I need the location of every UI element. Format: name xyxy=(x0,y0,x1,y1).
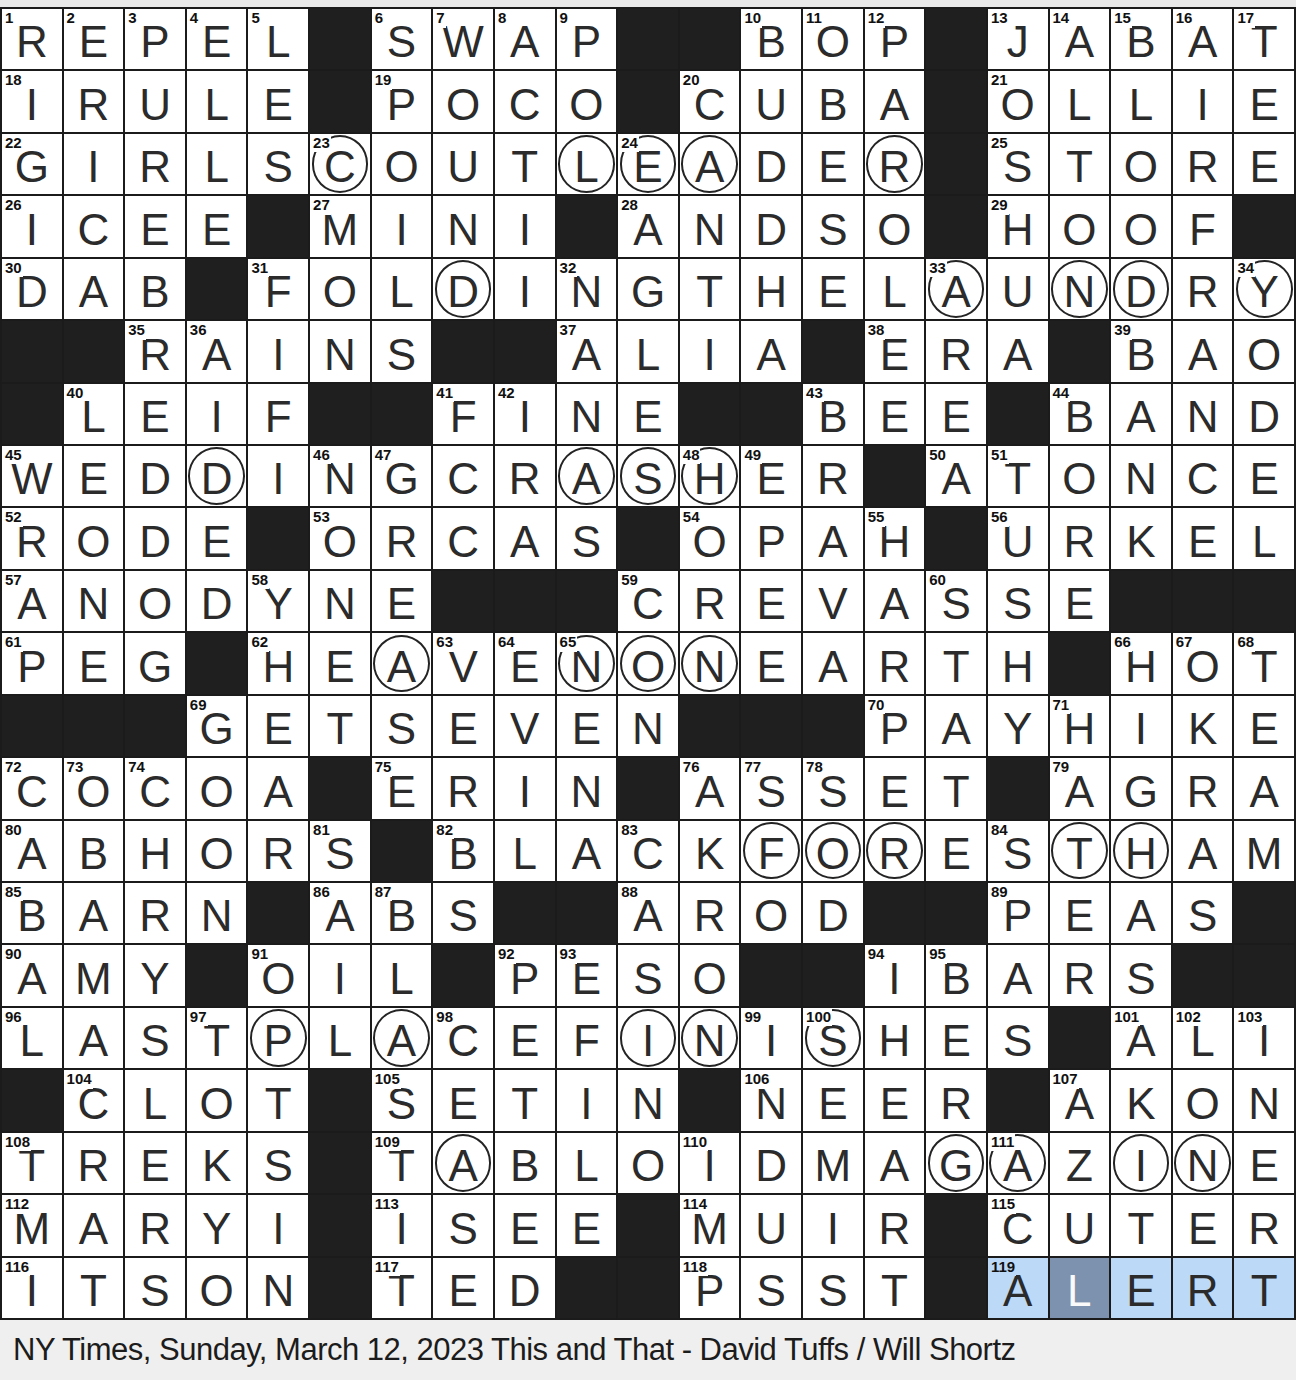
cell-r13c7[interactable]: 75E xyxy=(372,758,432,818)
cell-r8c5[interactable]: I xyxy=(248,446,308,506)
cell-r18c21[interactable]: N xyxy=(1234,1070,1294,1130)
cell-r16c3[interactable]: Y xyxy=(125,945,185,1005)
cell-r17c6[interactable]: L xyxy=(310,1008,370,1068)
cell-r1c21[interactable]: 17T xyxy=(1234,9,1294,69)
cell-r13c1[interactable]: 72C xyxy=(2,758,62,818)
cell-r2c19[interactable]: L xyxy=(1111,71,1171,131)
cell-r17c3[interactable]: S xyxy=(125,1008,185,1068)
cell-r13c9[interactable]: I xyxy=(495,758,555,818)
cell-r8c9[interactable]: R xyxy=(495,446,555,506)
cell-r8c1[interactable]: 45W xyxy=(2,446,62,506)
cell-r20c14[interactable]: I xyxy=(803,1195,863,1255)
cell-r9c9[interactable]: A xyxy=(495,508,555,568)
cell-r3c4[interactable]: L xyxy=(187,134,247,194)
cell-r13c14[interactable]: 78S xyxy=(803,758,863,818)
cell-r7c11[interactable]: E xyxy=(618,384,678,444)
cell-r8c10[interactable]: A xyxy=(557,446,617,506)
cell-r2c17[interactable]: 21O xyxy=(988,71,1048,131)
cell-r12c4[interactable]: 69G xyxy=(187,696,247,756)
cell-r21c8[interactable]: E xyxy=(433,1258,493,1318)
cell-r1c15[interactable]: 12P xyxy=(865,9,925,69)
cell-r14c21[interactable]: M xyxy=(1234,821,1294,881)
cell-r3c1[interactable]: 22G xyxy=(2,134,62,194)
cell-r12c10[interactable]: E xyxy=(557,696,617,756)
cell-r3c17[interactable]: 25S xyxy=(988,134,1048,194)
cell-r10c16[interactable]: 60S xyxy=(926,571,986,631)
cell-r1c13[interactable]: 10B xyxy=(741,9,801,69)
cell-r14c1[interactable]: 80A xyxy=(2,821,62,881)
cell-r6c21[interactable]: O xyxy=(1234,321,1294,381)
cell-r6c3[interactable]: 35R xyxy=(125,321,185,381)
cell-r6c12[interactable]: I xyxy=(680,321,740,381)
cell-r3c12[interactable]: A xyxy=(680,134,740,194)
cell-r10c13[interactable]: E xyxy=(741,571,801,631)
cell-r16c5[interactable]: 91O xyxy=(248,945,308,1005)
cell-r14c15[interactable]: R xyxy=(865,821,925,881)
cell-r17c19[interactable]: 101A xyxy=(1111,1008,1171,1068)
cell-r10c14[interactable]: V xyxy=(803,571,863,631)
cell-r5c9[interactable]: I xyxy=(495,259,555,319)
cell-r14c16[interactable]: E xyxy=(926,821,986,881)
cell-r10c17[interactable]: S xyxy=(988,571,1048,631)
cell-r19c10[interactable]: L xyxy=(557,1133,617,1193)
cell-r14c5[interactable]: R xyxy=(248,821,308,881)
cell-r15c17[interactable]: 89P xyxy=(988,883,1048,943)
cell-r9c21[interactable]: L xyxy=(1234,508,1294,568)
cell-r4c8[interactable]: N xyxy=(433,196,493,256)
cell-r21c12[interactable]: 118P xyxy=(680,1258,740,1318)
cell-r9c2[interactable]: O xyxy=(64,508,124,568)
cell-r19c21[interactable]: E xyxy=(1234,1133,1294,1193)
cell-r17c8[interactable]: 98C xyxy=(433,1008,493,1068)
cell-r9c12[interactable]: 54O xyxy=(680,508,740,568)
cell-r10c12[interactable]: R xyxy=(680,571,740,631)
cell-r20c13[interactable]: U xyxy=(741,1195,801,1255)
cell-r8c14[interactable]: R xyxy=(803,446,863,506)
cell-r5c13[interactable]: H xyxy=(741,259,801,319)
cell-r4c13[interactable]: D xyxy=(741,196,801,256)
cell-r21c1[interactable]: 116I xyxy=(2,1258,62,1318)
cell-r5c7[interactable]: L xyxy=(372,259,432,319)
cell-r20c2[interactable]: A xyxy=(64,1195,124,1255)
cell-r6c16[interactable]: R xyxy=(926,321,986,381)
cell-r2c8[interactable]: O xyxy=(433,71,493,131)
cell-r15c11[interactable]: 88A xyxy=(618,883,678,943)
cell-r13c3[interactable]: 74C xyxy=(125,758,185,818)
cell-r20c12[interactable]: 114M xyxy=(680,1195,740,1255)
cell-r11c2[interactable]: E xyxy=(64,633,124,693)
cell-r8c13[interactable]: 49E xyxy=(741,446,801,506)
cell-r6c10[interactable]: 37A xyxy=(557,321,617,381)
cell-r6c13[interactable]: A xyxy=(741,321,801,381)
cell-r6c15[interactable]: 38E xyxy=(865,321,925,381)
cell-r1c14[interactable]: 11O xyxy=(803,9,863,69)
cell-r3c6[interactable]: 23C xyxy=(310,134,370,194)
cell-r15c3[interactable]: R xyxy=(125,883,185,943)
cell-r2c21[interactable]: E xyxy=(1234,71,1294,131)
cell-r13c19[interactable]: G xyxy=(1111,758,1171,818)
cell-r17c15[interactable]: H xyxy=(865,1008,925,1068)
cell-r11c5[interactable]: 62H xyxy=(248,633,308,693)
cell-r2c1[interactable]: 18I xyxy=(2,71,62,131)
cell-r3c19[interactable]: O xyxy=(1111,134,1171,194)
cell-r4c6[interactable]: 27M xyxy=(310,196,370,256)
cell-r5c14[interactable]: E xyxy=(803,259,863,319)
cell-r13c2[interactable]: 73O xyxy=(64,758,124,818)
cell-r14c6[interactable]: 81S xyxy=(310,821,370,881)
cell-r13c10[interactable]: N xyxy=(557,758,617,818)
cell-r7c14[interactable]: 43B xyxy=(803,384,863,444)
cell-r1c5[interactable]: 5L xyxy=(248,9,308,69)
cell-r9c18[interactable]: R xyxy=(1050,508,1110,568)
cell-r9c14[interactable]: A xyxy=(803,508,863,568)
cell-r12c11[interactable]: N xyxy=(618,696,678,756)
cell-r5c16[interactable]: 33A xyxy=(926,259,986,319)
cell-r11c8[interactable]: 63V xyxy=(433,633,493,693)
cell-r16c10[interactable]: 93E xyxy=(557,945,617,1005)
cell-r18c16[interactable]: R xyxy=(926,1070,986,1130)
cell-r3c20[interactable]: R xyxy=(1173,134,1233,194)
cell-r18c5[interactable]: T xyxy=(248,1070,308,1130)
cell-r15c1[interactable]: 85B xyxy=(2,883,62,943)
cell-r14c20[interactable]: A xyxy=(1173,821,1233,881)
cell-r21c19[interactable]: E xyxy=(1111,1258,1171,1318)
cell-r14c4[interactable]: O xyxy=(187,821,247,881)
cell-r1c17[interactable]: 13J xyxy=(988,9,1048,69)
cell-r3c3[interactable]: R xyxy=(125,134,185,194)
cell-r19c13[interactable]: D xyxy=(741,1133,801,1193)
cell-r5c17[interactable]: U xyxy=(988,259,1048,319)
cell-r8c20[interactable]: C xyxy=(1173,446,1233,506)
cell-r12c16[interactable]: A xyxy=(926,696,986,756)
cell-r14c2[interactable]: B xyxy=(64,821,124,881)
cell-r20c20[interactable]: E xyxy=(1173,1195,1233,1255)
cell-r11c13[interactable]: E xyxy=(741,633,801,693)
cell-r4c4[interactable]: E xyxy=(187,196,247,256)
cell-r18c9[interactable]: T xyxy=(495,1070,555,1130)
cell-r18c4[interactable]: O xyxy=(187,1070,247,1130)
cell-r18c11[interactable]: N xyxy=(618,1070,678,1130)
cell-r3c15[interactable]: R xyxy=(865,134,925,194)
cell-r17c2[interactable]: A xyxy=(64,1008,124,1068)
cell-r17c13[interactable]: 99I xyxy=(741,1008,801,1068)
cell-r15c20[interactable]: S xyxy=(1173,883,1233,943)
cell-r6c7[interactable]: S xyxy=(372,321,432,381)
cell-r20c9[interactable]: E xyxy=(495,1195,555,1255)
cell-r21c21[interactable]: T xyxy=(1234,1258,1294,1318)
cell-r19c15[interactable]: A xyxy=(865,1133,925,1193)
cell-r7c5[interactable]: F xyxy=(248,384,308,444)
cell-r19c2[interactable]: R xyxy=(64,1133,124,1193)
cell-r20c17[interactable]: 115C xyxy=(988,1195,1048,1255)
cell-r9c20[interactable]: E xyxy=(1173,508,1233,568)
cell-r20c15[interactable]: R xyxy=(865,1195,925,1255)
cell-r7c15[interactable]: E xyxy=(865,384,925,444)
cell-r8c19[interactable]: N xyxy=(1111,446,1171,506)
cell-r19c11[interactable]: O xyxy=(618,1133,678,1193)
cell-r21c15[interactable]: T xyxy=(865,1258,925,1318)
cell-r20c21[interactable]: R xyxy=(1234,1195,1294,1255)
cell-r13c15[interactable]: E xyxy=(865,758,925,818)
cell-r7c19[interactable]: A xyxy=(1111,384,1171,444)
cell-r9c13[interactable]: P xyxy=(741,508,801,568)
cell-r19c20[interactable]: N xyxy=(1173,1133,1233,1193)
cell-r11c21[interactable]: 68T xyxy=(1234,633,1294,693)
cell-r13c21[interactable]: A xyxy=(1234,758,1294,818)
cell-r2c12[interactable]: 20C xyxy=(680,71,740,131)
cell-r12c20[interactable]: K xyxy=(1173,696,1233,756)
cell-r19c9[interactable]: B xyxy=(495,1133,555,1193)
cell-r11c9[interactable]: 64E xyxy=(495,633,555,693)
cell-r9c15[interactable]: 55H xyxy=(865,508,925,568)
cell-r15c19[interactable]: A xyxy=(1111,883,1171,943)
cell-r10c4[interactable]: D xyxy=(187,571,247,631)
cell-r14c14[interactable]: O xyxy=(803,821,863,881)
cell-r21c18[interactable]: L xyxy=(1050,1258,1110,1318)
cell-r18c18[interactable]: 107A xyxy=(1050,1070,1110,1130)
cell-r7c18[interactable]: 44B xyxy=(1050,384,1110,444)
cell-r4c11[interactable]: 28A xyxy=(618,196,678,256)
cell-r19c7[interactable]: 109T xyxy=(372,1133,432,1193)
cell-r8c16[interactable]: 50A xyxy=(926,446,986,506)
cell-r2c14[interactable]: B xyxy=(803,71,863,131)
cell-r9c7[interactable]: R xyxy=(372,508,432,568)
cell-r2c3[interactable]: U xyxy=(125,71,185,131)
cell-r2c10[interactable]: O xyxy=(557,71,617,131)
cell-r18c19[interactable]: K xyxy=(1111,1070,1171,1130)
cell-r10c7[interactable]: E xyxy=(372,571,432,631)
cell-r17c4[interactable]: 97T xyxy=(187,1008,247,1068)
cell-r10c1[interactable]: 57A xyxy=(2,571,62,631)
cell-r8c8[interactable]: C xyxy=(433,446,493,506)
cell-r21c5[interactable]: N xyxy=(248,1258,308,1318)
cell-r14c10[interactable]: A xyxy=(557,821,617,881)
cell-r15c12[interactable]: R xyxy=(680,883,740,943)
cell-r21c20[interactable]: R xyxy=(1173,1258,1233,1318)
cell-r3c2[interactable]: I xyxy=(64,134,124,194)
cell-r16c16[interactable]: 95B xyxy=(926,945,986,1005)
cell-r21c14[interactable]: S xyxy=(803,1258,863,1318)
cell-r12c7[interactable]: S xyxy=(372,696,432,756)
cell-r21c7[interactable]: 117T xyxy=(372,1258,432,1318)
cell-r16c9[interactable]: 92P xyxy=(495,945,555,1005)
cell-r4c17[interactable]: 29H xyxy=(988,196,1048,256)
cell-r17c5[interactable]: P xyxy=(248,1008,308,1068)
cell-r12c18[interactable]: 71H xyxy=(1050,696,1110,756)
cell-r20c1[interactable]: 112M xyxy=(2,1195,62,1255)
cell-r13c5[interactable]: A xyxy=(248,758,308,818)
cell-r8c12[interactable]: 48H xyxy=(680,446,740,506)
cell-r8c4[interactable]: D xyxy=(187,446,247,506)
cell-r20c18[interactable]: U xyxy=(1050,1195,1110,1255)
cell-r8c3[interactable]: D xyxy=(125,446,185,506)
cell-r18c20[interactable]: O xyxy=(1173,1070,1233,1130)
cell-r3c11[interactable]: 24E xyxy=(618,134,678,194)
cell-r21c9[interactable]: D xyxy=(495,1258,555,1318)
cell-r11c6[interactable]: E xyxy=(310,633,370,693)
cell-r17c14[interactable]: 100S xyxy=(803,1008,863,1068)
cell-r12c8[interactable]: E xyxy=(433,696,493,756)
cell-r10c6[interactable]: N xyxy=(310,571,370,631)
cell-r12c15[interactable]: 70P xyxy=(865,696,925,756)
cell-r18c7[interactable]: 105S xyxy=(372,1070,432,1130)
cell-r8c7[interactable]: 47G xyxy=(372,446,432,506)
cell-r21c2[interactable]: T xyxy=(64,1258,124,1318)
cell-r17c11[interactable]: I xyxy=(618,1008,678,1068)
cell-r6c20[interactable]: A xyxy=(1173,321,1233,381)
cell-r17c16[interactable]: E xyxy=(926,1008,986,1068)
cell-r15c2[interactable]: A xyxy=(64,883,124,943)
cell-r11c17[interactable]: H xyxy=(988,633,1048,693)
cell-r13c13[interactable]: 77S xyxy=(741,758,801,818)
cell-r19c8[interactable]: A xyxy=(433,1133,493,1193)
cell-r7c4[interactable]: I xyxy=(187,384,247,444)
cell-r16c18[interactable]: R xyxy=(1050,945,1110,1005)
cell-r17c17[interactable]: S xyxy=(988,1008,1048,1068)
cell-r9c6[interactable]: 53O xyxy=(310,508,370,568)
cell-r20c10[interactable]: E xyxy=(557,1195,617,1255)
cell-r1c20[interactable]: 16A xyxy=(1173,9,1233,69)
cell-r5c21[interactable]: 34Y xyxy=(1234,259,1294,319)
cell-r9c8[interactable]: C xyxy=(433,508,493,568)
cell-r6c11[interactable]: L xyxy=(618,321,678,381)
cell-r10c3[interactable]: O xyxy=(125,571,185,631)
cell-r3c7[interactable]: O xyxy=(372,134,432,194)
cell-r2c20[interactable]: I xyxy=(1173,71,1233,131)
cell-r11c16[interactable]: T xyxy=(926,633,986,693)
cell-r6c5[interactable]: I xyxy=(248,321,308,381)
cell-r3c5[interactable]: S xyxy=(248,134,308,194)
cell-r5c15[interactable]: L xyxy=(865,259,925,319)
cell-r3c10[interactable]: L xyxy=(557,134,617,194)
cell-r15c13[interactable]: O xyxy=(741,883,801,943)
cell-r13c16[interactable]: T xyxy=(926,758,986,818)
cell-r1c4[interactable]: 4E xyxy=(187,9,247,69)
cell-r11c7[interactable]: A xyxy=(372,633,432,693)
cell-r18c10[interactable]: I xyxy=(557,1070,617,1130)
cell-r1c3[interactable]: 3P xyxy=(125,9,185,69)
cell-r13c12[interactable]: 76A xyxy=(680,758,740,818)
cell-r11c14[interactable]: A xyxy=(803,633,863,693)
cell-r1c18[interactable]: 14A xyxy=(1050,9,1110,69)
cell-r19c16[interactable]: G xyxy=(926,1133,986,1193)
cell-r19c1[interactable]: 108T xyxy=(2,1133,62,1193)
cell-r10c2[interactable]: N xyxy=(64,571,124,631)
cell-r16c19[interactable]: S xyxy=(1111,945,1171,1005)
cell-r7c8[interactable]: 41F xyxy=(433,384,493,444)
cell-r5c10[interactable]: 32N xyxy=(557,259,617,319)
cell-r20c8[interactable]: S xyxy=(433,1195,493,1255)
cell-r19c17[interactable]: 111A xyxy=(988,1133,1048,1193)
cell-r1c9[interactable]: 8A xyxy=(495,9,555,69)
cell-r17c21[interactable]: 103I xyxy=(1234,1008,1294,1068)
cell-r19c18[interactable]: Z xyxy=(1050,1133,1110,1193)
cell-r14c9[interactable]: L xyxy=(495,821,555,881)
cell-r9c1[interactable]: 52R xyxy=(2,508,62,568)
cell-r12c9[interactable]: V xyxy=(495,696,555,756)
cell-r12c17[interactable]: Y xyxy=(988,696,1048,756)
cell-r3c13[interactable]: D xyxy=(741,134,801,194)
cell-r7c10[interactable]: N xyxy=(557,384,617,444)
cell-r6c4[interactable]: 36A xyxy=(187,321,247,381)
cell-r8c18[interactable]: O xyxy=(1050,446,1110,506)
cell-r1c7[interactable]: 6S xyxy=(372,9,432,69)
cell-r21c13[interactable]: S xyxy=(741,1258,801,1318)
cell-r12c6[interactable]: T xyxy=(310,696,370,756)
cell-r14c11[interactable]: 83C xyxy=(618,821,678,881)
cell-r15c6[interactable]: 86A xyxy=(310,883,370,943)
cell-r14c8[interactable]: 82B xyxy=(433,821,493,881)
cell-r7c21[interactable]: D xyxy=(1234,384,1294,444)
cell-r16c15[interactable]: 94I xyxy=(865,945,925,1005)
cell-r7c9[interactable]: 42I xyxy=(495,384,555,444)
cell-r10c15[interactable]: A xyxy=(865,571,925,631)
cell-r5c3[interactable]: B xyxy=(125,259,185,319)
cell-r3c8[interactable]: U xyxy=(433,134,493,194)
cell-r16c11[interactable]: S xyxy=(618,945,678,1005)
cell-r19c3[interactable]: E xyxy=(125,1133,185,1193)
cell-r18c15[interactable]: E xyxy=(865,1070,925,1130)
cell-r10c18[interactable]: E xyxy=(1050,571,1110,631)
cell-r21c3[interactable]: S xyxy=(125,1258,185,1318)
cell-r6c6[interactable]: N xyxy=(310,321,370,381)
cell-r18c3[interactable]: L xyxy=(125,1070,185,1130)
cell-r2c9[interactable]: C xyxy=(495,71,555,131)
cell-r9c10[interactable]: S xyxy=(557,508,617,568)
cell-r5c20[interactable]: R xyxy=(1173,259,1233,319)
cell-r4c1[interactable]: 26I xyxy=(2,196,62,256)
cell-r2c4[interactable]: L xyxy=(187,71,247,131)
cell-r14c17[interactable]: 84S xyxy=(988,821,1048,881)
cell-r12c21[interactable]: E xyxy=(1234,696,1294,756)
cell-r7c2[interactable]: 40L xyxy=(64,384,124,444)
cell-r14c13[interactable]: F xyxy=(741,821,801,881)
cell-r5c2[interactable]: A xyxy=(64,259,124,319)
cell-r4c19[interactable]: O xyxy=(1111,196,1171,256)
cell-r5c5[interactable]: 31F xyxy=(248,259,308,319)
cell-r4c18[interactable]: O xyxy=(1050,196,1110,256)
cell-r17c20[interactable]: 102L xyxy=(1173,1008,1233,1068)
cell-r20c3[interactable]: R xyxy=(125,1195,185,1255)
cell-r1c10[interactable]: 9P xyxy=(557,9,617,69)
cell-r3c14[interactable]: E xyxy=(803,134,863,194)
cell-r19c14[interactable]: M xyxy=(803,1133,863,1193)
cell-r13c18[interactable]: 79A xyxy=(1050,758,1110,818)
cell-r11c3[interactable]: G xyxy=(125,633,185,693)
cell-r14c19[interactable]: H xyxy=(1111,821,1171,881)
cell-r5c6[interactable]: O xyxy=(310,259,370,319)
cell-r15c4[interactable]: N xyxy=(187,883,247,943)
cell-r21c4[interactable]: O xyxy=(187,1258,247,1318)
cell-r12c19[interactable]: I xyxy=(1111,696,1171,756)
cell-r1c1[interactable]: 1R xyxy=(2,9,62,69)
cell-r19c4[interactable]: K xyxy=(187,1133,247,1193)
cell-r6c17[interactable]: A xyxy=(988,321,1048,381)
cell-r9c4[interactable]: E xyxy=(187,508,247,568)
cell-r2c15[interactable]: A xyxy=(865,71,925,131)
cell-r5c1[interactable]: 30D xyxy=(2,259,62,319)
cell-r19c12[interactable]: 110I xyxy=(680,1133,740,1193)
cell-r1c8[interactable]: 7W xyxy=(433,9,493,69)
cell-r13c4[interactable]: O xyxy=(187,758,247,818)
cell-r12c5[interactable]: E xyxy=(248,696,308,756)
cell-r8c6[interactable]: 46N xyxy=(310,446,370,506)
cell-r10c5[interactable]: 58Y xyxy=(248,571,308,631)
cell-r2c2[interactable]: R xyxy=(64,71,124,131)
cell-r11c19[interactable]: 66H xyxy=(1111,633,1171,693)
cell-r11c15[interactable]: R xyxy=(865,633,925,693)
cell-r4c9[interactable]: I xyxy=(495,196,555,256)
